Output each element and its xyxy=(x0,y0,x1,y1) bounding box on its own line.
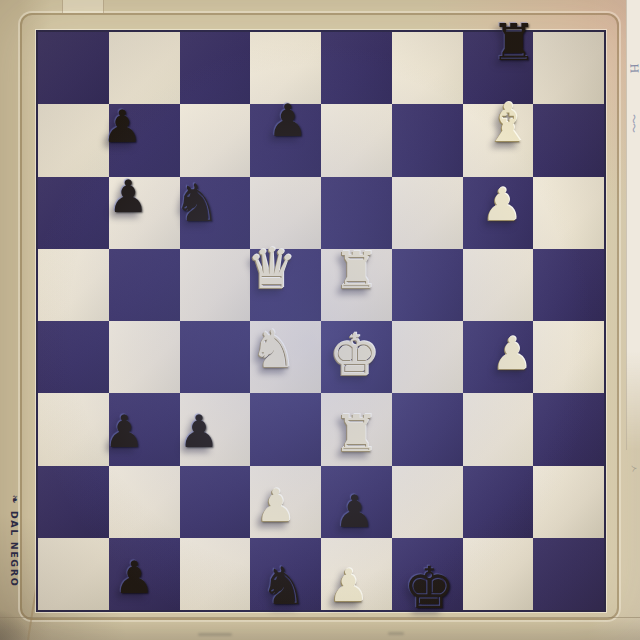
photo-canvas: { "game": "chess", "position": { "fen": … xyxy=(0,0,640,640)
square-h1[interactable] xyxy=(533,538,604,610)
square-c3[interactable]: ♟ xyxy=(180,393,251,465)
square-c2[interactable] xyxy=(180,466,251,538)
white-knight-d4[interactable]: ♞ xyxy=(250,323,297,375)
square-b3[interactable]: ♟ xyxy=(109,393,180,465)
square-e7[interactable] xyxy=(321,104,392,176)
white-king-e4[interactable]: ♚ xyxy=(328,326,380,384)
square-d1[interactable]: ♞ xyxy=(250,538,321,610)
square-c8[interactable] xyxy=(180,32,251,104)
square-a3[interactable] xyxy=(38,393,109,465)
square-h6[interactable] xyxy=(533,177,604,249)
frame-bottom-edge xyxy=(0,617,640,640)
square-d2[interactable]: ♟ xyxy=(250,466,321,538)
square-a4[interactable] xyxy=(38,321,109,393)
square-c7[interactable] xyxy=(180,104,251,176)
square-f2[interactable] xyxy=(392,466,463,538)
square-f4[interactable] xyxy=(392,321,463,393)
square-g1[interactable] xyxy=(463,538,534,610)
black-pawn-b7[interactable]: ♟ xyxy=(102,104,142,149)
square-c5[interactable] xyxy=(180,249,251,321)
square-b8[interactable] xyxy=(109,32,180,104)
square-d7[interactable]: ♟ xyxy=(250,104,321,176)
square-e1[interactable]: ♟ xyxy=(321,538,392,610)
right-paper-strip: H 〜〜 ㅅ xyxy=(626,0,640,450)
square-c6[interactable]: ♞ xyxy=(180,177,251,249)
black-rook-g8[interactable]: ♜ xyxy=(491,17,537,68)
square-g7[interactable]: ♝ xyxy=(463,104,534,176)
black-king-f1[interactable]: ♚ xyxy=(403,559,455,617)
square-b5[interactable] xyxy=(109,249,180,321)
handwriting-caret: ㅅ xyxy=(626,463,640,474)
square-f6[interactable] xyxy=(392,177,463,249)
square-d5[interactable]: ♛ xyxy=(250,249,321,321)
square-g2[interactable] xyxy=(463,466,534,538)
white-bishop-g7[interactable]: ♝ xyxy=(484,96,532,149)
square-c4[interactable] xyxy=(180,321,251,393)
chess-board: ♜♟♟♝♟♞♟♛♜♞♚♟♟♟♜♟♟♟♞♟♚ xyxy=(36,30,606,612)
white-pawn-g4[interactable]: ♟ xyxy=(492,331,532,376)
brand-text: DAL NEGRO xyxy=(9,511,20,588)
square-h2[interactable] xyxy=(533,466,604,538)
square-f7[interactable] xyxy=(392,104,463,176)
white-pawn-g6[interactable]: ♟ xyxy=(482,182,522,227)
handwriting-h: H xyxy=(628,63,640,73)
square-e3[interactable]: ♜ xyxy=(321,393,392,465)
square-g4[interactable]: ♟ xyxy=(463,321,534,393)
square-h8[interactable] xyxy=(533,32,604,104)
square-f8[interactable] xyxy=(392,32,463,104)
frame-smudge xyxy=(388,632,404,635)
black-pawn-b6[interactable]: ♟ xyxy=(108,174,148,219)
white-rook-e5[interactable]: ♜ xyxy=(334,245,380,296)
square-d4[interactable]: ♞ xyxy=(250,321,321,393)
square-a8[interactable] xyxy=(38,32,109,104)
square-f5[interactable] xyxy=(392,249,463,321)
white-queen-d5[interactable]: ♛ xyxy=(247,241,297,297)
dal-negro-logo-icon: ❧ xyxy=(8,495,21,504)
square-a2[interactable] xyxy=(38,466,109,538)
frame-smudge xyxy=(198,633,232,636)
square-f1[interactable]: ♚ xyxy=(392,538,463,610)
square-b7[interactable]: ♟ xyxy=(109,104,180,176)
square-g3[interactable] xyxy=(463,393,534,465)
square-g5[interactable] xyxy=(463,249,534,321)
square-e4[interactable]: ♚ xyxy=(321,321,392,393)
square-e2[interactable]: ♟ xyxy=(321,466,392,538)
square-c1[interactable] xyxy=(180,538,251,610)
black-pawn-c3[interactable]: ♟ xyxy=(179,409,219,454)
white-pawn-e1[interactable]: ♟ xyxy=(328,563,368,608)
square-h4[interactable] xyxy=(533,321,604,393)
square-a1[interactable] xyxy=(38,538,109,610)
square-a7[interactable] xyxy=(38,104,109,176)
square-b1[interactable]: ♟ xyxy=(109,538,180,610)
white-pawn-d2[interactable]: ♟ xyxy=(255,483,295,528)
square-a6[interactable] xyxy=(38,177,109,249)
square-b6[interactable]: ♟ xyxy=(109,177,180,249)
brand-mark: ❧ DAL NEGRO xyxy=(7,495,22,617)
square-d3[interactable] xyxy=(250,393,321,465)
black-pawn-e2[interactable]: ♟ xyxy=(334,489,374,534)
square-e6[interactable] xyxy=(321,177,392,249)
square-b2[interactable] xyxy=(109,466,180,538)
square-e8[interactable] xyxy=(321,32,392,104)
square-h5[interactable] xyxy=(533,249,604,321)
square-e5[interactable]: ♜ xyxy=(321,249,392,321)
black-pawn-d7[interactable]: ♟ xyxy=(267,98,307,143)
square-h7[interactable] xyxy=(533,104,604,176)
black-pawn-b1[interactable]: ♟ xyxy=(114,555,154,600)
black-pawn-b3[interactable]: ♟ xyxy=(104,409,144,454)
square-b4[interactable] xyxy=(109,321,180,393)
square-a5[interactable] xyxy=(38,249,109,321)
white-rook-e3[interactable]: ♜ xyxy=(334,408,380,459)
black-knight-c6[interactable]: ♞ xyxy=(174,177,221,229)
square-f3[interactable] xyxy=(392,393,463,465)
square-g6[interactable]: ♟ xyxy=(463,177,534,249)
black-knight-d1[interactable]: ♞ xyxy=(260,560,307,612)
frame-seam xyxy=(62,0,104,13)
handwriting-scribble: 〜〜 xyxy=(626,114,640,132)
square-h3[interactable] xyxy=(533,393,604,465)
